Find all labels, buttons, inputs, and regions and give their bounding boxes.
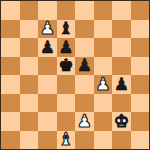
square-a6[interactable] (1, 38, 20, 57)
square-f3[interactable] (94, 94, 113, 113)
square-d7[interactable]: ♝ (57, 20, 76, 39)
square-b3[interactable] (20, 94, 39, 113)
square-e4[interactable] (75, 75, 94, 94)
square-d4[interactable] (57, 75, 76, 94)
square-h3[interactable] (131, 94, 150, 113)
square-e2[interactable]: ♟ (75, 112, 94, 131)
square-a2[interactable] (1, 112, 20, 131)
square-h1[interactable] (131, 131, 150, 150)
square-b8[interactable] (20, 1, 39, 20)
square-f6[interactable] (94, 38, 113, 57)
square-d6[interactable]: ♟ (57, 38, 76, 57)
square-b7[interactable] (20, 20, 39, 39)
square-f7[interactable] (94, 20, 113, 39)
square-b2[interactable] (20, 112, 39, 131)
black-king-d5: ♚ (58, 57, 73, 74)
square-d3[interactable] (57, 94, 76, 113)
square-c3[interactable] (38, 94, 57, 113)
square-c7[interactable]: ♟ (38, 20, 57, 39)
square-g1[interactable] (112, 131, 131, 150)
square-c5[interactable] (38, 57, 57, 76)
square-h6[interactable] (131, 38, 150, 57)
square-g4[interactable]: ♟ (112, 75, 131, 94)
square-e5[interactable]: ♟ (75, 57, 94, 76)
square-f8[interactable] (94, 1, 113, 20)
square-f2[interactable] (94, 112, 113, 131)
square-d2[interactable] (57, 112, 76, 131)
square-b6[interactable] (20, 38, 39, 57)
square-c8[interactable] (38, 1, 57, 20)
white-pawn-f4: ♟ (95, 75, 110, 92)
square-h5[interactable] (131, 57, 150, 76)
square-b4[interactable] (20, 75, 39, 94)
square-a5[interactable] (1, 57, 20, 76)
white-pawn-e2: ♟ (77, 112, 92, 129)
square-a1[interactable] (1, 131, 20, 150)
white-pawn-c7: ♟ (40, 20, 55, 37)
square-c1[interactable] (38, 131, 57, 150)
square-a8[interactable] (1, 1, 20, 20)
chess-board: ♟♝♟♟♚♟♟♟♟♚♝ (1, 1, 149, 149)
square-f5[interactable] (94, 57, 113, 76)
square-g3[interactable] (112, 94, 131, 113)
white-king-g2: ♚ (114, 112, 129, 129)
square-b1[interactable] (20, 131, 39, 150)
square-e3[interactable] (75, 94, 94, 113)
square-d1[interactable]: ♝ (57, 131, 76, 150)
square-a3[interactable] (1, 94, 20, 113)
black-pawn-e5: ♟ (77, 57, 92, 74)
square-h8[interactable] (131, 1, 150, 20)
square-e7[interactable] (75, 20, 94, 39)
square-d8[interactable] (57, 1, 76, 20)
black-pawn-d6: ♟ (58, 38, 73, 55)
square-a4[interactable] (1, 75, 20, 94)
square-h7[interactable] (131, 20, 150, 39)
black-bishop-d7: ♝ (58, 20, 73, 37)
square-e8[interactable] (75, 1, 94, 20)
black-pawn-g4: ♟ (114, 75, 129, 92)
square-c4[interactable] (38, 75, 57, 94)
square-g5[interactable] (112, 57, 131, 76)
square-g6[interactable] (112, 38, 131, 57)
chess-board-frame: ♟♝♟♟♚♟♟♟♟♚♝ (0, 0, 150, 150)
square-g8[interactable] (112, 1, 131, 20)
square-h2[interactable] (131, 112, 150, 131)
square-f1[interactable] (94, 131, 113, 150)
square-g7[interactable] (112, 20, 131, 39)
square-g2[interactable]: ♚ (112, 112, 131, 131)
square-e6[interactable] (75, 38, 94, 57)
white-bishop-d1: ♝ (58, 131, 73, 148)
square-e1[interactable] (75, 131, 94, 150)
square-h4[interactable] (131, 75, 150, 94)
square-c2[interactable] (38, 112, 57, 131)
square-f4[interactable]: ♟ (94, 75, 113, 94)
square-a7[interactable] (1, 20, 20, 39)
square-b5[interactable] (20, 57, 39, 76)
black-pawn-c6: ♟ (40, 38, 55, 55)
square-d5[interactable]: ♚ (57, 57, 76, 76)
square-c6[interactable]: ♟ (38, 38, 57, 57)
